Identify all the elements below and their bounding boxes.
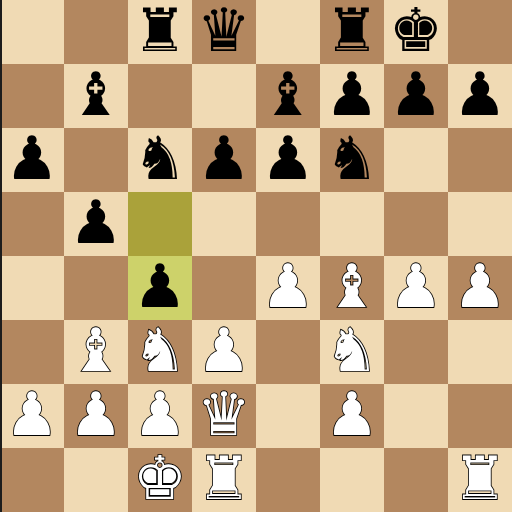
square-d1[interactable]: ♜	[192, 448, 256, 512]
square-g6[interactable]	[384, 128, 448, 192]
square-b4[interactable]	[64, 256, 128, 320]
white-pawn[interactable]: ♟	[197, 318, 251, 382]
white-queen[interactable]: ♛	[197, 382, 251, 446]
black-pawn[interactable]: ♟	[389, 62, 443, 126]
square-f8[interactable]: ♜	[320, 0, 384, 64]
square-f1[interactable]	[320, 448, 384, 512]
black-pawn[interactable]: ♟	[261, 126, 315, 190]
square-h8[interactable]	[448, 0, 512, 64]
chess-board-container: ♜♛♜♚♝♝♟♟♟♟♞♟♟♞♟♟♟♝♟♟♝♞♟♞♟♟♟♛♟♚♜♜	[0, 0, 512, 512]
square-a6[interactable]: ♟	[0, 128, 64, 192]
square-f2[interactable]: ♟	[320, 384, 384, 448]
square-h4[interactable]: ♟	[448, 256, 512, 320]
white-rook[interactable]: ♜	[197, 446, 251, 510]
square-e6[interactable]: ♟	[256, 128, 320, 192]
black-knight[interactable]: ♞	[325, 126, 379, 190]
square-g8[interactable]: ♚	[384, 0, 448, 64]
black-bishop[interactable]: ♝	[69, 62, 123, 126]
black-pawn[interactable]: ♟	[453, 62, 507, 126]
left-edge-strip	[0, 0, 2, 512]
square-a4[interactable]	[0, 256, 64, 320]
square-c2[interactable]: ♟	[128, 384, 192, 448]
square-d7[interactable]	[192, 64, 256, 128]
black-rook[interactable]: ♜	[325, 0, 379, 62]
square-h6[interactable]	[448, 128, 512, 192]
square-f6[interactable]: ♞	[320, 128, 384, 192]
square-a1[interactable]	[0, 448, 64, 512]
square-b5[interactable]: ♟	[64, 192, 128, 256]
square-b3[interactable]: ♝	[64, 320, 128, 384]
white-knight[interactable]: ♞	[325, 318, 379, 382]
square-d5[interactable]	[192, 192, 256, 256]
white-pawn[interactable]: ♟	[133, 382, 187, 446]
square-b7[interactable]: ♝	[64, 64, 128, 128]
black-knight[interactable]: ♞	[133, 126, 187, 190]
square-e3[interactable]	[256, 320, 320, 384]
square-b2[interactable]: ♟	[64, 384, 128, 448]
black-rook[interactable]: ♜	[133, 0, 187, 62]
square-e8[interactable]	[256, 0, 320, 64]
square-e2[interactable]	[256, 384, 320, 448]
square-e1[interactable]	[256, 448, 320, 512]
black-king[interactable]: ♚	[389, 0, 443, 62]
square-d8[interactable]: ♛	[192, 0, 256, 64]
square-e5[interactable]	[256, 192, 320, 256]
white-pawn[interactable]: ♟	[5, 382, 59, 446]
square-d2[interactable]: ♛	[192, 384, 256, 448]
black-pawn[interactable]: ♟	[69, 190, 123, 254]
square-c8[interactable]: ♜	[128, 0, 192, 64]
square-f5[interactable]	[320, 192, 384, 256]
square-a3[interactable]	[0, 320, 64, 384]
white-pawn[interactable]: ♟	[261, 254, 315, 318]
square-d6[interactable]: ♟	[192, 128, 256, 192]
white-bishop[interactable]: ♝	[325, 254, 379, 318]
white-pawn[interactable]: ♟	[69, 382, 123, 446]
square-d3[interactable]: ♟	[192, 320, 256, 384]
white-pawn[interactable]: ♟	[453, 254, 507, 318]
black-pawn[interactable]: ♟	[197, 126, 251, 190]
chess-board: ♜♛♜♚♝♝♟♟♟♟♞♟♟♞♟♟♟♝♟♟♝♞♟♞♟♟♟♛♟♚♜♜	[0, 0, 512, 512]
black-pawn[interactable]: ♟	[5, 126, 59, 190]
black-pawn[interactable]: ♟	[325, 62, 379, 126]
black-bishop[interactable]: ♝	[261, 62, 315, 126]
square-e4[interactable]: ♟	[256, 256, 320, 320]
square-a8[interactable]	[0, 0, 64, 64]
white-pawn[interactable]: ♟	[325, 382, 379, 446]
square-h3[interactable]	[448, 320, 512, 384]
white-knight[interactable]: ♞	[133, 318, 187, 382]
square-g2[interactable]	[384, 384, 448, 448]
square-g3[interactable]	[384, 320, 448, 384]
square-g7[interactable]: ♟	[384, 64, 448, 128]
square-f3[interactable]: ♞	[320, 320, 384, 384]
square-h1[interactable]: ♜	[448, 448, 512, 512]
square-b8[interactable]	[64, 0, 128, 64]
square-c6[interactable]: ♞	[128, 128, 192, 192]
square-b6[interactable]	[64, 128, 128, 192]
square-c5[interactable]	[128, 192, 192, 256]
square-f7[interactable]: ♟	[320, 64, 384, 128]
square-c3[interactable]: ♞	[128, 320, 192, 384]
white-rook[interactable]: ♜	[453, 446, 507, 510]
square-h7[interactable]: ♟	[448, 64, 512, 128]
white-pawn[interactable]: ♟	[389, 254, 443, 318]
square-c7[interactable]	[128, 64, 192, 128]
square-g5[interactable]	[384, 192, 448, 256]
square-f4[interactable]: ♝	[320, 256, 384, 320]
square-c1[interactable]: ♚	[128, 448, 192, 512]
square-d4[interactable]	[192, 256, 256, 320]
square-b1[interactable]	[64, 448, 128, 512]
square-a5[interactable]	[0, 192, 64, 256]
square-a2[interactable]: ♟	[0, 384, 64, 448]
square-g1[interactable]	[384, 448, 448, 512]
black-queen[interactable]: ♛	[197, 0, 251, 62]
black-pawn[interactable]: ♟	[133, 254, 187, 318]
square-h2[interactable]	[448, 384, 512, 448]
square-e7[interactable]: ♝	[256, 64, 320, 128]
square-a7[interactable]	[0, 64, 64, 128]
square-h5[interactable]	[448, 192, 512, 256]
white-bishop[interactable]: ♝	[69, 318, 123, 382]
square-c4[interactable]: ♟	[128, 256, 192, 320]
square-g4[interactable]: ♟	[384, 256, 448, 320]
white-king[interactable]: ♚	[133, 446, 187, 510]
